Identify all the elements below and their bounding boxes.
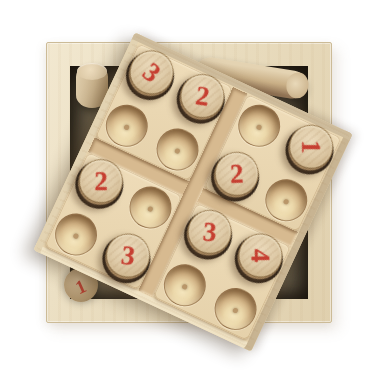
peg-number: 2 [214,151,260,197]
peg-number: 4 [238,233,283,278]
peg-number: 2 [178,71,228,121]
peg-number: 2 [79,159,123,203]
peg-number: 3 [186,208,234,256]
product-photo-stage: 1 32122343 [0,0,382,380]
peg-number: 3 [103,231,153,281]
peg-number: 1 [289,125,333,169]
